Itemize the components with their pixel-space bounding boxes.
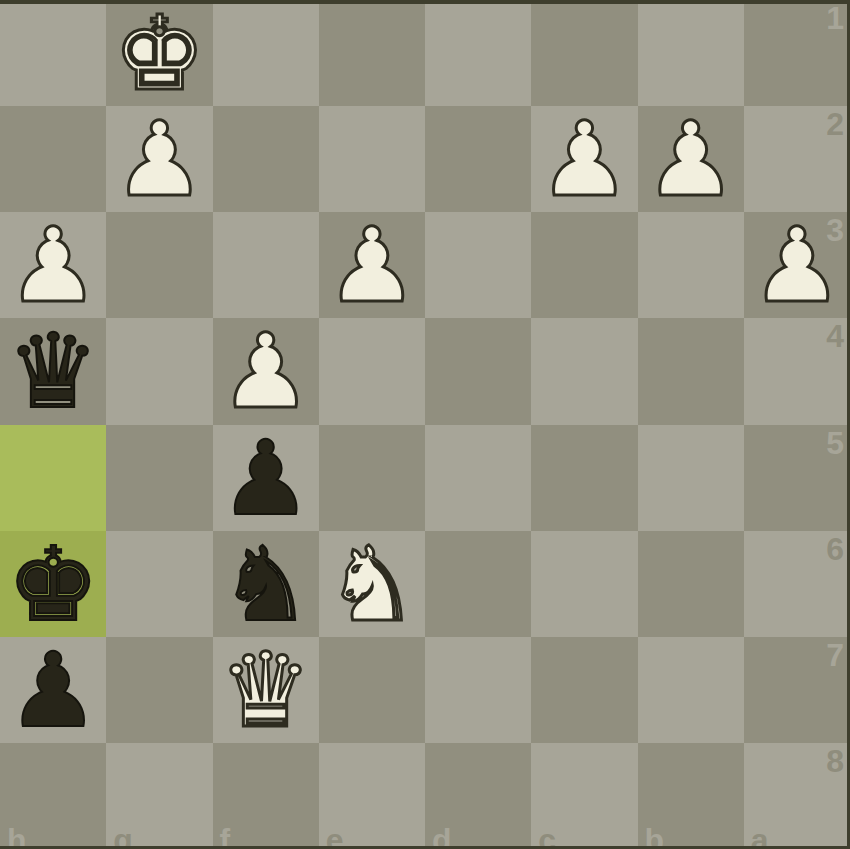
square-h2[interactable] xyxy=(0,106,106,212)
piece-black-queen-h4[interactable]: ♛ xyxy=(7,318,99,424)
square-g7[interactable] xyxy=(106,637,212,743)
square-e6[interactable]: ♞ xyxy=(319,531,425,637)
square-a7[interactable]: 7 xyxy=(744,637,850,743)
piece-white-queen-f7[interactable]: ♛ xyxy=(219,637,311,743)
piece-white-pawn-b2[interactable]: ♟ xyxy=(644,106,736,212)
square-f7[interactable]: ♛ xyxy=(213,637,319,743)
square-a1[interactable]: 1 xyxy=(744,0,850,106)
square-d8[interactable]: d xyxy=(425,743,531,849)
square-b2[interactable]: ♟ xyxy=(638,106,744,212)
square-c8[interactable]: c xyxy=(531,743,637,849)
square-f5[interactable]: ♟ xyxy=(213,425,319,531)
rank-label-7: 7 xyxy=(826,639,844,671)
square-d5[interactable] xyxy=(425,425,531,531)
square-a6[interactable]: 6 xyxy=(744,531,850,637)
square-f3[interactable] xyxy=(213,212,319,318)
square-g1[interactable]: ♚ xyxy=(106,0,212,106)
square-e5[interactable] xyxy=(319,425,425,531)
square-f2[interactable] xyxy=(213,106,319,212)
square-c1[interactable] xyxy=(531,0,637,106)
piece-white-knight-e6[interactable]: ♞ xyxy=(326,531,418,637)
square-h7[interactable]: ♟ xyxy=(0,637,106,743)
square-h3[interactable]: ♟ xyxy=(0,212,106,318)
piece-white-pawn-a3[interactable]: ♟ xyxy=(751,212,843,318)
square-b4[interactable] xyxy=(638,318,744,424)
rank-label-8: 8 xyxy=(826,745,844,777)
rank-label-5: 5 xyxy=(826,427,844,459)
piece-white-pawn-g2[interactable]: ♟ xyxy=(113,106,205,212)
square-f4[interactable]: ♟ xyxy=(213,318,319,424)
square-c3[interactable] xyxy=(531,212,637,318)
square-a8[interactable]: 8a xyxy=(744,743,850,849)
rank-label-2: 2 xyxy=(826,108,844,140)
square-c7[interactable] xyxy=(531,637,637,743)
board-border-top xyxy=(0,0,850,4)
square-b5[interactable] xyxy=(638,425,744,531)
square-f1[interactable] xyxy=(213,0,319,106)
square-e8[interactable]: e xyxy=(319,743,425,849)
piece-white-pawn-f4[interactable]: ♟ xyxy=(219,318,311,424)
square-e3[interactable]: ♟ xyxy=(319,212,425,318)
square-c2[interactable]: ♟ xyxy=(531,106,637,212)
square-c6[interactable] xyxy=(531,531,637,637)
piece-white-pawn-c2[interactable]: ♟ xyxy=(538,106,630,212)
square-g2[interactable]: ♟ xyxy=(106,106,212,212)
square-e2[interactable] xyxy=(319,106,425,212)
square-e7[interactable] xyxy=(319,637,425,743)
square-b1[interactable] xyxy=(638,0,744,106)
square-a5[interactable]: 5 xyxy=(744,425,850,531)
square-e1[interactable] xyxy=(319,0,425,106)
square-d1[interactable] xyxy=(425,0,531,106)
square-g8[interactable]: g xyxy=(106,743,212,849)
square-g5[interactable] xyxy=(106,425,212,531)
square-e4[interactable] xyxy=(319,318,425,424)
square-f8[interactable]: f xyxy=(213,743,319,849)
square-d6[interactable] xyxy=(425,531,531,637)
square-d4[interactable] xyxy=(425,318,531,424)
square-b7[interactable] xyxy=(638,637,744,743)
square-a3[interactable]: 3♟ xyxy=(744,212,850,318)
square-g4[interactable] xyxy=(106,318,212,424)
square-g3[interactable] xyxy=(106,212,212,318)
piece-white-king-g1[interactable]: ♚ xyxy=(113,0,205,106)
square-d7[interactable] xyxy=(425,637,531,743)
square-a4[interactable]: 4 xyxy=(744,318,850,424)
square-d3[interactable] xyxy=(425,212,531,318)
square-c5[interactable] xyxy=(531,425,637,531)
piece-black-king-h6[interactable]: ♚ xyxy=(7,531,99,637)
piece-black-pawn-f5[interactable]: ♟ xyxy=(219,425,311,531)
rank-label-1: 1 xyxy=(826,2,844,34)
square-f6[interactable]: ♞ xyxy=(213,531,319,637)
square-h1[interactable] xyxy=(0,0,106,106)
piece-white-pawn-h3[interactable]: ♟ xyxy=(7,212,99,318)
square-b8[interactable]: b xyxy=(638,743,744,849)
square-h4[interactable]: ♛ xyxy=(0,318,106,424)
square-h5[interactable] xyxy=(0,425,106,531)
square-b6[interactable] xyxy=(638,531,744,637)
square-b3[interactable] xyxy=(638,212,744,318)
square-a2[interactable]: 2 xyxy=(744,106,850,212)
square-h8[interactable]: h xyxy=(0,743,106,849)
square-h6[interactable]: ♚ xyxy=(0,531,106,637)
rank-label-6: 6 xyxy=(826,533,844,565)
piece-white-pawn-e3[interactable]: ♟ xyxy=(326,212,418,318)
square-c4[interactable] xyxy=(531,318,637,424)
rank-label-4: 4 xyxy=(826,320,844,352)
piece-black-pawn-h7[interactable]: ♟ xyxy=(7,637,99,743)
square-d2[interactable] xyxy=(425,106,531,212)
square-g6[interactable] xyxy=(106,531,212,637)
piece-black-knight-f6[interactable]: ♞ xyxy=(219,531,311,637)
chess-board: ♚1♟♟♟2♟♟3♟♛♟4♟5♚♞♞6♟♛7hgfedcb8a xyxy=(0,0,850,849)
